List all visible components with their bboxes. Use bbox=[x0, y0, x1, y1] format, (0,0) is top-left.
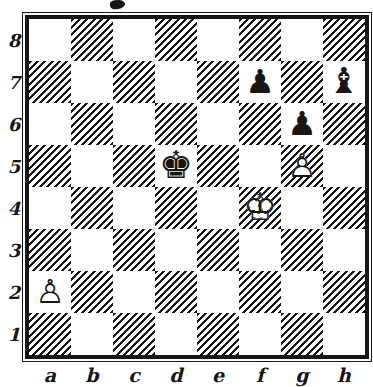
square-d1[interactable] bbox=[155, 313, 197, 355]
square-a8[interactable] bbox=[29, 19, 71, 61]
square-c5[interactable] bbox=[113, 145, 155, 187]
file-label-e: e bbox=[197, 364, 239, 386]
black-pawn-f7[interactable]: ♟♟ bbox=[239, 61, 281, 103]
file-label-d: d bbox=[155, 364, 197, 386]
square-e5[interactable] bbox=[197, 145, 239, 187]
square-c2[interactable] bbox=[113, 271, 155, 313]
rank-label-3: 3 bbox=[3, 229, 25, 271]
square-f4[interactable]: ♚♔ bbox=[239, 187, 281, 229]
square-d3[interactable] bbox=[155, 229, 197, 271]
square-c1[interactable] bbox=[113, 313, 155, 355]
piece-glyph: ♝ bbox=[323, 60, 365, 102]
square-f1[interactable] bbox=[239, 313, 281, 355]
chess-board: ♟♟♝♝♟♟♚♚♟♙♚♔♟♙ bbox=[25, 15, 369, 359]
square-g7[interactable] bbox=[281, 61, 323, 103]
square-a4[interactable] bbox=[29, 187, 71, 229]
file-label-g: g bbox=[281, 364, 323, 386]
square-h8[interactable] bbox=[323, 19, 365, 61]
square-e8[interactable] bbox=[197, 19, 239, 61]
square-h3[interactable] bbox=[323, 229, 365, 271]
square-b4[interactable] bbox=[71, 187, 113, 229]
square-d2[interactable] bbox=[155, 271, 197, 313]
white-pawn-g5[interactable]: ♟♙ bbox=[281, 145, 323, 187]
rank-label-7: 7 bbox=[3, 61, 25, 103]
square-f2[interactable] bbox=[239, 271, 281, 313]
file-label-a: a bbox=[29, 364, 71, 386]
square-a2[interactable]: ♟♙ bbox=[29, 271, 71, 313]
square-a6[interactable] bbox=[29, 103, 71, 145]
file-label-f: f bbox=[239, 364, 281, 386]
rank-labels: 87654321 bbox=[3, 19, 25, 355]
square-h4[interactable] bbox=[323, 187, 365, 229]
square-e6[interactable] bbox=[197, 103, 239, 145]
square-g6[interactable]: ♟♟ bbox=[281, 103, 323, 145]
square-e4[interactable] bbox=[197, 187, 239, 229]
square-d4[interactable] bbox=[155, 187, 197, 229]
square-a5[interactable] bbox=[29, 145, 71, 187]
square-b2[interactable] bbox=[71, 271, 113, 313]
square-e1[interactable] bbox=[197, 313, 239, 355]
black-pawn-g6[interactable]: ♟♟ bbox=[281, 103, 323, 145]
square-b7[interactable] bbox=[71, 61, 113, 103]
square-h2[interactable] bbox=[323, 271, 365, 313]
square-d7[interactable] bbox=[155, 61, 197, 103]
rank-label-1: 1 bbox=[3, 313, 25, 355]
square-b1[interactable] bbox=[71, 313, 113, 355]
square-g8[interactable] bbox=[281, 19, 323, 61]
rank-label-2: 2 bbox=[3, 271, 25, 313]
file-label-c: c bbox=[113, 364, 155, 386]
square-f6[interactable] bbox=[239, 103, 281, 145]
piece-glyph: ♟ bbox=[281, 102, 323, 144]
file-label-b: b bbox=[71, 364, 113, 386]
black-king-d5[interactable]: ♚♚ bbox=[155, 145, 197, 187]
square-a7[interactable] bbox=[29, 61, 71, 103]
rank-label-8: 8 bbox=[3, 19, 25, 61]
chess-diagram: 87654321 ♟♟♝♝♟♟♚♚♟♙♚♔♟♙ abcdefgh bbox=[3, 15, 369, 386]
square-c4[interactable] bbox=[113, 187, 155, 229]
square-f5[interactable] bbox=[239, 145, 281, 187]
square-e7[interactable] bbox=[197, 61, 239, 103]
square-c7[interactable] bbox=[113, 61, 155, 103]
square-f7[interactable]: ♟♟ bbox=[239, 61, 281, 103]
square-b3[interactable] bbox=[71, 229, 113, 271]
piece-glyph: ♚ bbox=[155, 144, 197, 186]
square-d8[interactable] bbox=[155, 19, 197, 61]
square-h5[interactable] bbox=[323, 145, 365, 187]
square-d6[interactable] bbox=[155, 103, 197, 145]
square-g5[interactable]: ♟♙ bbox=[281, 145, 323, 187]
square-h6[interactable] bbox=[323, 103, 365, 145]
square-f3[interactable] bbox=[239, 229, 281, 271]
square-h1[interactable] bbox=[323, 313, 365, 355]
white-king-f4[interactable]: ♚♔ bbox=[239, 187, 281, 229]
square-e3[interactable] bbox=[197, 229, 239, 271]
square-d5[interactable]: ♚♚ bbox=[155, 145, 197, 187]
piece-glyph: ♙ bbox=[281, 144, 323, 186]
print-artifact bbox=[109, 0, 125, 10]
square-a3[interactable] bbox=[29, 229, 71, 271]
square-g1[interactable] bbox=[281, 313, 323, 355]
piece-glyph: ♙ bbox=[29, 270, 71, 312]
square-b6[interactable] bbox=[71, 103, 113, 145]
white-pawn-a2[interactable]: ♟♙ bbox=[29, 271, 71, 313]
square-g3[interactable] bbox=[281, 229, 323, 271]
piece-glyph: ♟ bbox=[239, 60, 281, 102]
square-b5[interactable] bbox=[71, 145, 113, 187]
file-labels: abcdefgh bbox=[29, 364, 369, 386]
square-g2[interactable] bbox=[281, 271, 323, 313]
square-h7[interactable]: ♝♝ bbox=[323, 61, 365, 103]
rank-label-5: 5 bbox=[3, 145, 25, 187]
square-g4[interactable] bbox=[281, 187, 323, 229]
rank-label-6: 6 bbox=[3, 103, 25, 145]
rank-label-4: 4 bbox=[3, 187, 25, 229]
square-b8[interactable] bbox=[71, 19, 113, 61]
file-label-h: h bbox=[323, 364, 365, 386]
square-c3[interactable] bbox=[113, 229, 155, 271]
square-a1[interactable] bbox=[29, 313, 71, 355]
chess-diagram-page: 87654321 ♟♟♝♝♟♟♚♚♟♙♚♔♟♙ abcdefgh bbox=[0, 0, 373, 387]
square-c6[interactable] bbox=[113, 103, 155, 145]
square-c8[interactable] bbox=[113, 19, 155, 61]
piece-glyph: ♔ bbox=[239, 186, 281, 228]
square-e2[interactable] bbox=[197, 271, 239, 313]
square-f8[interactable] bbox=[239, 19, 281, 61]
black-bishop-h7[interactable]: ♝♝ bbox=[323, 61, 365, 103]
